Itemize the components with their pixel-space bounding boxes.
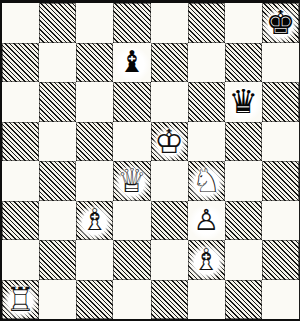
square-f5[interactable] [188,122,225,162]
square-c1[interactable] [76,280,113,320]
square-f7[interactable] [188,43,225,83]
square-a8[interactable] [2,3,39,43]
square-b8[interactable] [39,3,76,43]
square-e7[interactable] [151,43,188,83]
square-d7[interactable]: ♝ [113,43,150,83]
square-e5[interactable]: ♔ [151,122,188,162]
square-c2[interactable] [76,240,113,280]
chess-board: ♚♝♛♔♕♘♗♙♗♖ [0,0,300,321]
square-g7[interactable] [225,43,262,83]
square-h4[interactable] [262,161,299,201]
square-c8[interactable] [76,3,113,43]
square-b2[interactable] [39,240,76,280]
square-a6[interactable] [2,82,39,122]
square-c7[interactable] [76,43,113,83]
square-e4[interactable] [151,161,188,201]
square-g6[interactable]: ♛ [225,82,262,122]
square-h3[interactable] [262,201,299,241]
square-c4[interactable] [76,161,113,201]
square-b3[interactable] [39,201,76,241]
square-f8[interactable] [188,3,225,43]
square-h1[interactable] [262,280,299,320]
square-d8[interactable] [113,3,150,43]
square-a4[interactable] [2,161,39,201]
square-f1[interactable] [188,280,225,320]
square-a5[interactable] [2,122,39,162]
square-d5[interactable] [113,122,150,162]
square-a2[interactable] [2,240,39,280]
piece-white-bishop[interactable]: ♗ [188,240,225,280]
square-b7[interactable] [39,43,76,83]
piece-white-knight[interactable]: ♘ [188,161,225,201]
square-d3[interactable] [113,201,150,241]
piece-black-queen[interactable]: ♛ [225,82,262,122]
square-e8[interactable] [151,3,188,43]
square-g5[interactable] [225,122,262,162]
square-d1[interactable] [113,280,150,320]
square-d6[interactable] [113,82,150,122]
square-c3[interactable]: ♗ [76,201,113,241]
square-h6[interactable] [262,82,299,122]
square-h2[interactable] [262,240,299,280]
piece-white-pawn[interactable]: ♙ [188,201,225,241]
square-a1[interactable]: ♖ [2,280,39,320]
square-g8[interactable] [225,3,262,43]
square-e3[interactable] [151,201,188,241]
square-g2[interactable] [225,240,262,280]
square-h5[interactable] [262,122,299,162]
square-f4[interactable]: ♘ [188,161,225,201]
square-b6[interactable] [39,82,76,122]
piece-white-king[interactable]: ♔ [151,122,188,162]
square-g3[interactable] [225,201,262,241]
square-b5[interactable] [39,122,76,162]
square-h7[interactable] [262,43,299,83]
piece-black-bishop[interactable]: ♝ [113,43,150,83]
square-c5[interactable] [76,122,113,162]
square-e6[interactable] [151,82,188,122]
square-d4[interactable]: ♕ [113,161,150,201]
square-f6[interactable] [188,82,225,122]
square-g4[interactable] [225,161,262,201]
square-f3[interactable]: ♙ [188,201,225,241]
piece-white-bishop[interactable]: ♗ [76,201,113,241]
square-b1[interactable] [39,280,76,320]
square-d2[interactable] [113,240,150,280]
square-f2[interactable]: ♗ [188,240,225,280]
newspaper-chess-diagram: ♚♝♛♔♕♘♗♙♗♖ [0,0,300,321]
square-e1[interactable] [151,280,188,320]
square-h8[interactable]: ♚ [262,3,299,43]
piece-white-rook[interactable]: ♖ [2,280,39,320]
piece-black-king[interactable]: ♚ [262,3,299,43]
square-g1[interactable] [225,280,262,320]
square-a7[interactable] [2,43,39,83]
piece-white-queen[interactable]: ♕ [113,161,150,201]
square-b4[interactable] [39,161,76,201]
square-a3[interactable] [2,201,39,241]
square-c6[interactable] [76,82,113,122]
square-e2[interactable] [151,240,188,280]
